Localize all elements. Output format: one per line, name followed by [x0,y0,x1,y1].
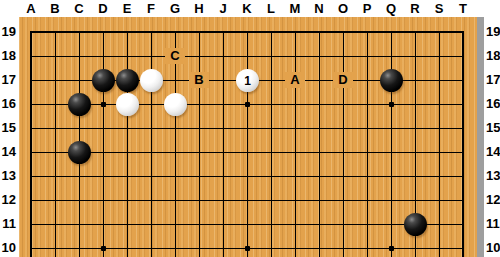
column-label-r: R [403,0,427,17]
column-label-f: F [139,0,163,17]
star-point [245,246,250,251]
column-label-s: S [427,0,451,17]
row-label-left-10: 10 [0,240,16,256]
row-label-left-17: 17 [0,72,16,88]
row-label-left-12: 12 [0,192,16,208]
grid-line [30,224,464,225]
star-point [245,102,250,107]
black-stone[interactable] [92,69,115,92]
row-label-left-11: 11 [0,216,16,232]
grid-line [30,200,464,201]
star-point [389,102,394,107]
black-stone[interactable] [404,213,427,236]
go-diagram-screen: 1ABCD ABCDEFGHJKLMNOPQRST 19181716151413… [0,0,500,257]
row-label-left-16: 16 [0,96,16,112]
grid-line [30,56,464,57]
grid-line [30,31,464,33]
column-label-c: C [67,0,91,17]
column-label-m: M [283,0,307,17]
row-label-right-11: 11 [486,216,500,232]
white-stone[interactable] [140,69,163,92]
star-point [101,246,106,251]
column-label-d: D [91,0,115,17]
grid-line [30,176,464,177]
column-label-n: N [307,0,331,17]
row-label-right-19: 19 [486,24,500,40]
row-label-left-18: 18 [0,48,16,64]
column-label-k: K [235,0,259,17]
column-label-b: B [43,0,67,17]
column-label-g: G [163,0,187,17]
variation-label-d[interactable]: D [333,72,353,88]
board-shadow [477,17,484,257]
white-stone[interactable] [116,93,139,116]
star-point [101,102,106,107]
column-label-q: Q [379,0,403,17]
row-label-right-17: 17 [486,72,500,88]
row-label-right-16: 16 [486,96,500,112]
go-board[interactable]: 1ABCD [19,17,477,257]
variation-label-a[interactable]: A [285,72,305,88]
row-label-left-14: 14 [0,144,16,160]
star-point [389,246,394,251]
grid-line [30,152,464,153]
row-label-right-12: 12 [486,192,500,208]
black-stone[interactable] [116,69,139,92]
row-label-left-19: 19 [0,24,16,40]
black-stone[interactable] [68,93,91,116]
column-label-o: O [331,0,355,17]
variation-label-b[interactable]: B [189,72,209,88]
row-label-right-18: 18 [486,48,500,64]
row-label-right-13: 13 [486,168,500,184]
black-stone[interactable] [380,69,403,92]
column-label-a: A [19,0,43,17]
column-label-t: T [451,0,475,17]
move-number: 1 [244,75,251,87]
white-stone[interactable]: 1 [236,69,259,92]
row-label-left-13: 13 [0,168,16,184]
row-label-left-15: 15 [0,120,16,136]
column-label-j: J [211,0,235,17]
variation-label-c[interactable]: C [165,48,185,64]
row-label-right-14: 14 [486,144,500,160]
column-label-p: P [355,0,379,17]
column-label-l: L [259,0,283,17]
black-stone[interactable] [68,141,91,164]
column-label-h: H [187,0,211,17]
row-label-right-10: 10 [486,240,500,256]
white-stone[interactable] [164,93,187,116]
column-label-e: E [115,0,139,17]
row-label-right-15: 15 [486,120,500,136]
grid-line [30,128,464,129]
